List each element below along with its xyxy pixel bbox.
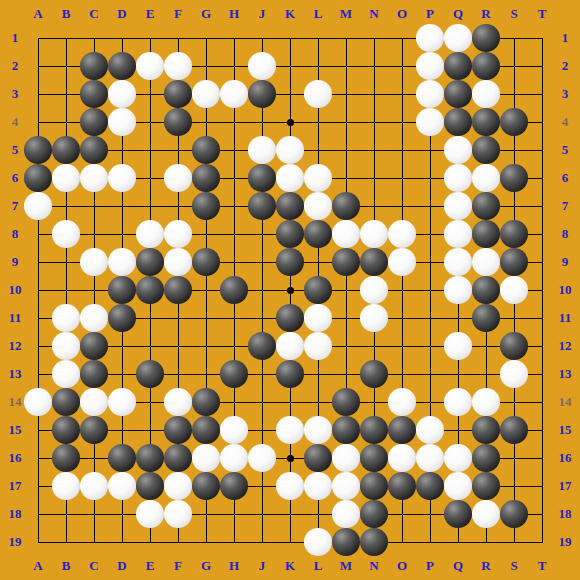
stone-black-F16: [164, 444, 192, 472]
coord-label-right-14: 14: [550, 391, 580, 413]
stone-black-D11: [108, 304, 136, 332]
stone-white-A14: [24, 388, 52, 416]
stone-black-G7: [192, 192, 220, 220]
stone-white-P4: [416, 108, 444, 136]
stone-white-Q17: [444, 472, 472, 500]
coord-label-left-18: 18: [0, 503, 30, 525]
coord-label-bottom-E: E: [135, 555, 165, 577]
stone-white-H3: [220, 80, 248, 108]
coord-label-left-4: 4: [0, 111, 30, 133]
stone-black-C5: [80, 136, 108, 164]
coord-label-top-L: L: [303, 3, 333, 25]
stone-white-L19: [304, 528, 332, 556]
stone-white-E8: [136, 220, 164, 248]
coord-label-top-M: M: [331, 3, 361, 25]
stone-white-N8: [360, 220, 388, 248]
stone-white-R14: [472, 388, 500, 416]
stone-black-R7: [472, 192, 500, 220]
stone-black-R11: [472, 304, 500, 332]
stone-black-H17: [220, 472, 248, 500]
stone-white-D3: [108, 80, 136, 108]
stone-white-O8: [388, 220, 416, 248]
coord-label-right-3: 3: [550, 83, 580, 105]
stone-white-B6: [52, 164, 80, 192]
stone-black-J12: [248, 332, 276, 360]
coord-label-right-7: 7: [550, 195, 580, 217]
star-point-K4: [287, 119, 294, 126]
stone-white-M18: [332, 500, 360, 528]
stone-black-N16: [360, 444, 388, 472]
coord-label-top-J: J: [247, 3, 277, 25]
stone-white-F8: [164, 220, 192, 248]
stone-black-H13: [220, 360, 248, 388]
stone-black-S9: [500, 248, 528, 276]
coord-label-bottom-G: G: [191, 555, 221, 577]
stone-white-O9: [388, 248, 416, 276]
stone-black-C3: [80, 80, 108, 108]
stone-black-Q3: [444, 80, 472, 108]
stone-white-Q1: [444, 24, 472, 52]
coord-label-top-O: O: [387, 3, 417, 25]
stone-white-C6: [80, 164, 108, 192]
stone-white-D6: [108, 164, 136, 192]
coord-label-left-8: 8: [0, 223, 30, 245]
coord-label-left-15: 15: [0, 419, 30, 441]
stone-black-G5: [192, 136, 220, 164]
stone-black-B5: [52, 136, 80, 164]
stone-white-A7: [24, 192, 52, 220]
coord-label-top-G: G: [191, 3, 221, 25]
stone-black-G6: [192, 164, 220, 192]
stone-black-M7: [332, 192, 360, 220]
coord-label-bottom-B: B: [51, 555, 81, 577]
coord-label-top-E: E: [135, 3, 165, 25]
grid-line-vertical: [542, 38, 543, 543]
coord-label-top-H: H: [219, 3, 249, 25]
go-board[interactable]: AABBCCDDEEFFGGHHJJKKLLMMNNOOPPQQRRSSTT11…: [0, 0, 580, 580]
coord-label-left-17: 17: [0, 475, 30, 497]
stone-white-F6: [164, 164, 192, 192]
stone-black-B15: [52, 416, 80, 444]
stone-black-J7: [248, 192, 276, 220]
stone-white-D9: [108, 248, 136, 276]
coord-label-bottom-K: K: [275, 555, 305, 577]
stone-black-G14: [192, 388, 220, 416]
stone-black-B14: [52, 388, 80, 416]
coord-label-top-S: S: [499, 3, 529, 25]
stone-white-E18: [136, 500, 164, 528]
stone-white-N10: [360, 276, 388, 304]
stone-white-H16: [220, 444, 248, 472]
stone-black-E10: [136, 276, 164, 304]
stone-black-N15: [360, 416, 388, 444]
coord-label-right-16: 16: [550, 447, 580, 469]
stone-black-P17: [416, 472, 444, 500]
stone-black-S6: [500, 164, 528, 192]
stone-black-K13: [276, 360, 304, 388]
stone-white-L7: [304, 192, 332, 220]
stone-white-F9: [164, 248, 192, 276]
stone-black-L16: [304, 444, 332, 472]
stone-white-E2: [136, 52, 164, 80]
coord-label-top-P: P: [415, 3, 445, 25]
star-point-K10: [287, 287, 294, 294]
stone-black-S15: [500, 416, 528, 444]
stone-black-S8: [500, 220, 528, 248]
stone-white-L15: [304, 416, 332, 444]
stone-black-M14: [332, 388, 360, 416]
coord-label-left-19: 19: [0, 531, 30, 553]
stone-black-E13: [136, 360, 164, 388]
stone-white-D17: [108, 472, 136, 500]
stone-black-E17: [136, 472, 164, 500]
stone-white-Q8: [444, 220, 472, 248]
coord-label-right-8: 8: [550, 223, 580, 245]
stone-black-Q4: [444, 108, 472, 136]
coord-label-bottom-T: T: [527, 555, 557, 577]
stone-white-R6: [472, 164, 500, 192]
stone-white-L17: [304, 472, 332, 500]
stone-white-J16: [248, 444, 276, 472]
stone-white-J5: [248, 136, 276, 164]
stone-black-J3: [248, 80, 276, 108]
stone-white-F18: [164, 500, 192, 528]
stone-white-O14: [388, 388, 416, 416]
coord-label-right-11: 11: [550, 307, 580, 329]
coord-label-bottom-L: L: [303, 555, 333, 577]
stone-black-R16: [472, 444, 500, 472]
stone-white-L11: [304, 304, 332, 332]
stone-white-K15: [276, 416, 304, 444]
stone-black-R5: [472, 136, 500, 164]
stone-black-K7: [276, 192, 304, 220]
coord-label-left-1: 1: [0, 27, 30, 49]
stone-white-M17: [332, 472, 360, 500]
stone-white-Q16: [444, 444, 472, 472]
stone-black-D16: [108, 444, 136, 472]
stone-white-Q14: [444, 388, 472, 416]
coord-label-top-R: R: [471, 3, 501, 25]
coord-label-left-3: 3: [0, 83, 30, 105]
coord-label-top-C: C: [79, 3, 109, 25]
stone-black-C2: [80, 52, 108, 80]
coord-label-right-1: 1: [550, 27, 580, 49]
coord-label-right-15: 15: [550, 419, 580, 441]
stone-black-K9: [276, 248, 304, 276]
coord-label-right-6: 6: [550, 167, 580, 189]
stone-black-N17: [360, 472, 388, 500]
coord-label-left-16: 16: [0, 447, 30, 469]
stone-black-C4: [80, 108, 108, 136]
stone-white-P3: [416, 80, 444, 108]
coord-label-top-T: T: [527, 3, 557, 25]
coord-label-right-13: 13: [550, 363, 580, 385]
coord-label-top-B: B: [51, 3, 81, 25]
stone-white-G3: [192, 80, 220, 108]
stone-black-E16: [136, 444, 164, 472]
stone-black-S12: [500, 332, 528, 360]
stone-white-L6: [304, 164, 332, 192]
stone-white-M8: [332, 220, 360, 248]
stone-white-B17: [52, 472, 80, 500]
coord-label-top-Q: Q: [443, 3, 473, 25]
stone-white-Q12: [444, 332, 472, 360]
stone-black-R10: [472, 276, 500, 304]
stone-white-B8: [52, 220, 80, 248]
stone-white-Q10: [444, 276, 472, 304]
stone-black-K8: [276, 220, 304, 248]
coord-label-bottom-D: D: [107, 555, 137, 577]
stone-white-P2: [416, 52, 444, 80]
coord-label-right-2: 2: [550, 55, 580, 77]
stone-white-G16: [192, 444, 220, 472]
stone-white-H15: [220, 416, 248, 444]
stone-white-F14: [164, 388, 192, 416]
stone-black-C15: [80, 416, 108, 444]
stone-white-L12: [304, 332, 332, 360]
stone-white-P16: [416, 444, 444, 472]
stone-black-R1: [472, 24, 500, 52]
stone-white-Q7: [444, 192, 472, 220]
stone-white-R18: [472, 500, 500, 528]
stone-white-B12: [52, 332, 80, 360]
stone-black-C12: [80, 332, 108, 360]
stone-white-D4: [108, 108, 136, 136]
stone-black-B16: [52, 444, 80, 472]
stone-white-N11: [360, 304, 388, 332]
stone-black-S4: [500, 108, 528, 136]
stone-black-G17: [192, 472, 220, 500]
stone-black-A6: [24, 164, 52, 192]
stone-white-M16: [332, 444, 360, 472]
coord-label-bottom-R: R: [471, 555, 501, 577]
grid-line-horizontal: [38, 542, 543, 543]
stone-black-O17: [388, 472, 416, 500]
stone-white-D14: [108, 388, 136, 416]
coord-label-bottom-Q: Q: [443, 555, 473, 577]
stone-black-F10: [164, 276, 192, 304]
stone-black-Q18: [444, 500, 472, 528]
coord-label-bottom-P: P: [415, 555, 445, 577]
stone-black-H10: [220, 276, 248, 304]
coord-label-right-17: 17: [550, 475, 580, 497]
stone-white-S13: [500, 360, 528, 388]
stone-black-C13: [80, 360, 108, 388]
stone-white-P15: [416, 416, 444, 444]
coord-label-top-K: K: [275, 3, 305, 25]
stone-black-D2: [108, 52, 136, 80]
coord-label-left-10: 10: [0, 279, 30, 301]
coord-label-bottom-N: N: [359, 555, 389, 577]
coord-label-bottom-O: O: [387, 555, 417, 577]
star-point-K16: [287, 455, 294, 462]
stone-black-N18: [360, 500, 388, 528]
coord-label-right-5: 5: [550, 139, 580, 161]
stone-white-L3: [304, 80, 332, 108]
stone-black-G15: [192, 416, 220, 444]
stone-black-O15: [388, 416, 416, 444]
coord-label-top-N: N: [359, 3, 389, 25]
coord-label-right-9: 9: [550, 251, 580, 273]
stone-black-N9: [360, 248, 388, 276]
coord-label-right-12: 12: [550, 335, 580, 357]
stone-black-D10: [108, 276, 136, 304]
coord-label-left-13: 13: [0, 363, 30, 385]
stone-black-J6: [248, 164, 276, 192]
coord-label-bottom-H: H: [219, 555, 249, 577]
coord-label-left-2: 2: [0, 55, 30, 77]
stone-black-M19: [332, 528, 360, 556]
coord-label-bottom-F: F: [163, 555, 193, 577]
coord-label-bottom-A: A: [23, 555, 53, 577]
coord-label-right-10: 10: [550, 279, 580, 301]
stone-white-K17: [276, 472, 304, 500]
stone-white-Q9: [444, 248, 472, 276]
stone-black-K11: [276, 304, 304, 332]
stone-white-K6: [276, 164, 304, 192]
coord-label-bottom-J: J: [247, 555, 277, 577]
stone-black-G9: [192, 248, 220, 276]
stone-white-R9: [472, 248, 500, 276]
stone-black-R17: [472, 472, 500, 500]
stone-white-Q6: [444, 164, 472, 192]
stone-black-R8: [472, 220, 500, 248]
coord-label-bottom-C: C: [79, 555, 109, 577]
stone-white-R3: [472, 80, 500, 108]
stone-white-F2: [164, 52, 192, 80]
coord-label-top-D: D: [107, 3, 137, 25]
stone-black-M9: [332, 248, 360, 276]
stone-white-B11: [52, 304, 80, 332]
stone-black-N13: [360, 360, 388, 388]
stone-black-M15: [332, 416, 360, 444]
stone-black-F15: [164, 416, 192, 444]
stone-white-S10: [500, 276, 528, 304]
stone-black-N19: [360, 528, 388, 556]
stone-black-Q2: [444, 52, 472, 80]
stone-white-J2: [248, 52, 276, 80]
stone-black-F3: [164, 80, 192, 108]
stone-white-K5: [276, 136, 304, 164]
coord-label-left-11: 11: [0, 307, 30, 329]
coord-label-right-19: 19: [550, 531, 580, 553]
stone-black-L10: [304, 276, 332, 304]
stone-white-Q5: [444, 136, 472, 164]
stone-black-A5: [24, 136, 52, 164]
stone-black-R15: [472, 416, 500, 444]
stone-white-K12: [276, 332, 304, 360]
stone-white-F17: [164, 472, 192, 500]
stone-white-O16: [388, 444, 416, 472]
stone-black-R2: [472, 52, 500, 80]
coord-label-right-4: 4: [550, 111, 580, 133]
stone-black-L8: [304, 220, 332, 248]
coord-label-top-A: A: [23, 3, 53, 25]
stone-black-F4: [164, 108, 192, 136]
coord-label-bottom-S: S: [499, 555, 529, 577]
coord-label-top-F: F: [163, 3, 193, 25]
coord-label-bottom-M: M: [331, 555, 361, 577]
stone-black-S18: [500, 500, 528, 528]
stone-white-P1: [416, 24, 444, 52]
stone-white-C9: [80, 248, 108, 276]
coord-label-left-12: 12: [0, 335, 30, 357]
stone-white-B13: [52, 360, 80, 388]
stone-white-C17: [80, 472, 108, 500]
stone-black-E9: [136, 248, 164, 276]
coord-label-right-18: 18: [550, 503, 580, 525]
stone-black-R4: [472, 108, 500, 136]
coord-label-left-9: 9: [0, 251, 30, 273]
stone-white-C14: [80, 388, 108, 416]
stone-white-C11: [80, 304, 108, 332]
